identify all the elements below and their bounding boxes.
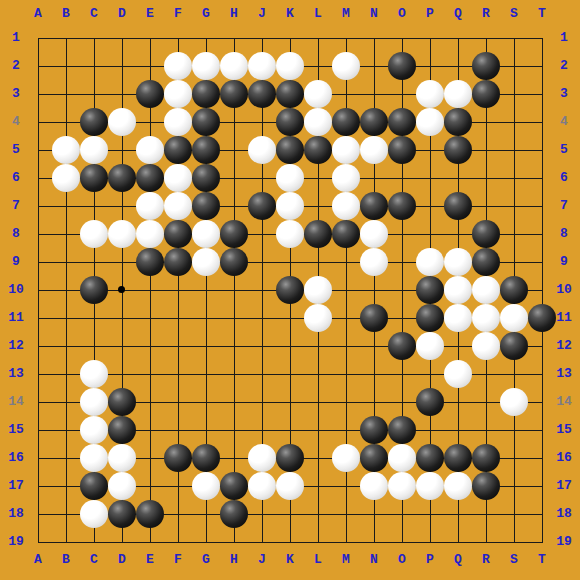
intersection-D19[interactable] bbox=[108, 528, 136, 556]
intersection-J10[interactable] bbox=[248, 276, 276, 304]
intersection-E8[interactable] bbox=[136, 220, 164, 248]
intersection-E14[interactable] bbox=[136, 388, 164, 416]
intersection-C7[interactable] bbox=[80, 192, 108, 220]
intersection-J18[interactable] bbox=[248, 500, 276, 528]
intersection-G14[interactable] bbox=[192, 388, 220, 416]
intersection-P7[interactable] bbox=[416, 192, 444, 220]
intersection-S13[interactable] bbox=[500, 360, 528, 388]
intersection-G17[interactable] bbox=[192, 472, 220, 500]
intersection-T12[interactable] bbox=[528, 332, 556, 360]
intersection-T6[interactable] bbox=[528, 164, 556, 192]
intersection-F8[interactable] bbox=[164, 220, 192, 248]
intersection-E6[interactable] bbox=[136, 164, 164, 192]
intersection-A16[interactable] bbox=[24, 444, 52, 472]
intersection-B8[interactable] bbox=[52, 220, 80, 248]
intersection-D9[interactable] bbox=[108, 248, 136, 276]
intersection-P5[interactable] bbox=[416, 136, 444, 164]
intersection-J7[interactable] bbox=[248, 192, 276, 220]
intersection-M14[interactable] bbox=[332, 388, 360, 416]
intersection-D6[interactable] bbox=[108, 164, 136, 192]
intersection-D17[interactable] bbox=[108, 472, 136, 500]
intersection-L8[interactable] bbox=[304, 220, 332, 248]
intersection-J2[interactable] bbox=[248, 52, 276, 80]
intersection-L4[interactable] bbox=[304, 108, 332, 136]
intersection-F10[interactable] bbox=[164, 276, 192, 304]
intersection-R16[interactable] bbox=[472, 444, 500, 472]
intersection-J14[interactable] bbox=[248, 388, 276, 416]
intersection-K2[interactable] bbox=[276, 52, 304, 80]
intersection-R13[interactable] bbox=[472, 360, 500, 388]
intersection-M3[interactable] bbox=[332, 80, 360, 108]
intersection-H18[interactable] bbox=[220, 500, 248, 528]
intersection-A8[interactable] bbox=[24, 220, 52, 248]
intersection-Q18[interactable] bbox=[444, 500, 472, 528]
intersection-M12[interactable] bbox=[332, 332, 360, 360]
intersection-T9[interactable] bbox=[528, 248, 556, 276]
intersection-O3[interactable] bbox=[388, 80, 416, 108]
intersection-S2[interactable] bbox=[500, 52, 528, 80]
intersection-M1[interactable] bbox=[332, 24, 360, 52]
intersection-G16[interactable] bbox=[192, 444, 220, 472]
intersection-A13[interactable] bbox=[24, 360, 52, 388]
intersection-C11[interactable] bbox=[80, 304, 108, 332]
intersection-J1[interactable] bbox=[248, 24, 276, 52]
intersection-P8[interactable] bbox=[416, 220, 444, 248]
intersection-T16[interactable] bbox=[528, 444, 556, 472]
intersection-D15[interactable] bbox=[108, 416, 136, 444]
intersection-G8[interactable] bbox=[192, 220, 220, 248]
intersection-F3[interactable] bbox=[164, 80, 192, 108]
intersection-D14[interactable] bbox=[108, 388, 136, 416]
intersection-H12[interactable] bbox=[220, 332, 248, 360]
intersection-K18[interactable] bbox=[276, 500, 304, 528]
intersection-F2[interactable] bbox=[164, 52, 192, 80]
intersection-B17[interactable] bbox=[52, 472, 80, 500]
intersection-K5[interactable] bbox=[276, 136, 304, 164]
intersection-K15[interactable] bbox=[276, 416, 304, 444]
intersection-P6[interactable] bbox=[416, 164, 444, 192]
intersection-G4[interactable] bbox=[192, 108, 220, 136]
intersection-N6[interactable] bbox=[360, 164, 388, 192]
intersection-O13[interactable] bbox=[388, 360, 416, 388]
intersection-O9[interactable] bbox=[388, 248, 416, 276]
intersection-G19[interactable] bbox=[192, 528, 220, 556]
intersection-H11[interactable] bbox=[220, 304, 248, 332]
intersection-R3[interactable] bbox=[472, 80, 500, 108]
intersection-S10[interactable] bbox=[500, 276, 528, 304]
intersection-F16[interactable] bbox=[164, 444, 192, 472]
intersection-J13[interactable] bbox=[248, 360, 276, 388]
intersection-A12[interactable] bbox=[24, 332, 52, 360]
intersection-Q5[interactable] bbox=[444, 136, 472, 164]
intersection-L17[interactable] bbox=[304, 472, 332, 500]
intersection-H1[interactable] bbox=[220, 24, 248, 52]
intersection-Q8[interactable] bbox=[444, 220, 472, 248]
intersection-P19[interactable] bbox=[416, 528, 444, 556]
intersection-O8[interactable] bbox=[388, 220, 416, 248]
intersection-O15[interactable] bbox=[388, 416, 416, 444]
intersection-G13[interactable] bbox=[192, 360, 220, 388]
intersection-H2[interactable] bbox=[220, 52, 248, 80]
intersection-F12[interactable] bbox=[164, 332, 192, 360]
intersection-S18[interactable] bbox=[500, 500, 528, 528]
intersection-F15[interactable] bbox=[164, 416, 192, 444]
intersection-K6[interactable] bbox=[276, 164, 304, 192]
intersection-E19[interactable] bbox=[136, 528, 164, 556]
intersection-K14[interactable] bbox=[276, 388, 304, 416]
intersection-G15[interactable] bbox=[192, 416, 220, 444]
intersection-N5[interactable] bbox=[360, 136, 388, 164]
intersection-S14[interactable] bbox=[500, 388, 528, 416]
intersection-S9[interactable] bbox=[500, 248, 528, 276]
intersection-T1[interactable] bbox=[528, 24, 556, 52]
intersection-M18[interactable] bbox=[332, 500, 360, 528]
intersection-B6[interactable] bbox=[52, 164, 80, 192]
intersection-O17[interactable] bbox=[388, 472, 416, 500]
intersection-Q11[interactable] bbox=[444, 304, 472, 332]
intersection-E7[interactable] bbox=[136, 192, 164, 220]
intersection-M10[interactable] bbox=[332, 276, 360, 304]
intersection-M13[interactable] bbox=[332, 360, 360, 388]
intersection-E2[interactable] bbox=[136, 52, 164, 80]
intersection-R17[interactable] bbox=[472, 472, 500, 500]
intersection-O12[interactable] bbox=[388, 332, 416, 360]
intersection-T3[interactable] bbox=[528, 80, 556, 108]
intersection-A9[interactable] bbox=[24, 248, 52, 276]
intersection-T13[interactable] bbox=[528, 360, 556, 388]
intersection-J9[interactable] bbox=[248, 248, 276, 276]
intersection-T18[interactable] bbox=[528, 500, 556, 528]
intersection-Q12[interactable] bbox=[444, 332, 472, 360]
intersection-H16[interactable] bbox=[220, 444, 248, 472]
intersection-F19[interactable] bbox=[164, 528, 192, 556]
intersection-T2[interactable] bbox=[528, 52, 556, 80]
intersection-Q13[interactable] bbox=[444, 360, 472, 388]
intersection-O18[interactable] bbox=[388, 500, 416, 528]
intersection-P18[interactable] bbox=[416, 500, 444, 528]
intersection-C13[interactable] bbox=[80, 360, 108, 388]
intersection-G9[interactable] bbox=[192, 248, 220, 276]
intersection-K16[interactable] bbox=[276, 444, 304, 472]
intersection-J19[interactable] bbox=[248, 528, 276, 556]
intersection-C3[interactable] bbox=[80, 80, 108, 108]
intersection-P11[interactable] bbox=[416, 304, 444, 332]
intersection-G18[interactable] bbox=[192, 500, 220, 528]
intersection-D12[interactable] bbox=[108, 332, 136, 360]
intersection-N19[interactable] bbox=[360, 528, 388, 556]
intersection-J11[interactable] bbox=[248, 304, 276, 332]
intersection-S17[interactable] bbox=[500, 472, 528, 500]
intersection-P10[interactable] bbox=[416, 276, 444, 304]
intersection-C12[interactable] bbox=[80, 332, 108, 360]
intersection-T4[interactable] bbox=[528, 108, 556, 136]
intersection-D1[interactable] bbox=[108, 24, 136, 52]
intersection-S15[interactable] bbox=[500, 416, 528, 444]
intersection-T7[interactable] bbox=[528, 192, 556, 220]
intersection-O7[interactable] bbox=[388, 192, 416, 220]
intersection-H9[interactable] bbox=[220, 248, 248, 276]
intersection-B9[interactable] bbox=[52, 248, 80, 276]
intersection-S5[interactable] bbox=[500, 136, 528, 164]
intersection-A11[interactable] bbox=[24, 304, 52, 332]
intersection-K12[interactable] bbox=[276, 332, 304, 360]
intersection-F6[interactable] bbox=[164, 164, 192, 192]
intersection-T19[interactable] bbox=[528, 528, 556, 556]
intersection-B7[interactable] bbox=[52, 192, 80, 220]
intersection-L16[interactable] bbox=[304, 444, 332, 472]
intersection-J12[interactable] bbox=[248, 332, 276, 360]
intersection-H19[interactable] bbox=[220, 528, 248, 556]
intersection-L15[interactable] bbox=[304, 416, 332, 444]
intersection-L11[interactable] bbox=[304, 304, 332, 332]
intersection-C1[interactable] bbox=[80, 24, 108, 52]
intersection-J3[interactable] bbox=[248, 80, 276, 108]
intersection-L18[interactable] bbox=[304, 500, 332, 528]
intersection-F9[interactable] bbox=[164, 248, 192, 276]
intersection-P13[interactable] bbox=[416, 360, 444, 388]
intersection-Q3[interactable] bbox=[444, 80, 472, 108]
intersection-C15[interactable] bbox=[80, 416, 108, 444]
intersection-R8[interactable] bbox=[472, 220, 500, 248]
intersection-K9[interactable] bbox=[276, 248, 304, 276]
intersection-A18[interactable] bbox=[24, 500, 52, 528]
intersection-G11[interactable] bbox=[192, 304, 220, 332]
intersection-Q16[interactable] bbox=[444, 444, 472, 472]
intersection-L1[interactable] bbox=[304, 24, 332, 52]
intersection-C2[interactable] bbox=[80, 52, 108, 80]
intersection-A7[interactable] bbox=[24, 192, 52, 220]
intersection-B10[interactable] bbox=[52, 276, 80, 304]
intersection-E11[interactable] bbox=[136, 304, 164, 332]
intersection-N3[interactable] bbox=[360, 80, 388, 108]
intersection-S4[interactable] bbox=[500, 108, 528, 136]
intersection-L5[interactable] bbox=[304, 136, 332, 164]
intersection-O19[interactable] bbox=[388, 528, 416, 556]
intersection-B1[interactable] bbox=[52, 24, 80, 52]
intersection-G10[interactable] bbox=[192, 276, 220, 304]
intersection-M2[interactable] bbox=[332, 52, 360, 80]
intersection-P17[interactable] bbox=[416, 472, 444, 500]
intersection-M19[interactable] bbox=[332, 528, 360, 556]
intersection-N12[interactable] bbox=[360, 332, 388, 360]
intersection-P15[interactable] bbox=[416, 416, 444, 444]
intersection-K3[interactable] bbox=[276, 80, 304, 108]
intersection-N17[interactable] bbox=[360, 472, 388, 500]
intersection-A17[interactable] bbox=[24, 472, 52, 500]
intersection-B5[interactable] bbox=[52, 136, 80, 164]
intersection-H15[interactable] bbox=[220, 416, 248, 444]
intersection-K17[interactable] bbox=[276, 472, 304, 500]
intersection-R2[interactable] bbox=[472, 52, 500, 80]
intersection-A19[interactable] bbox=[24, 528, 52, 556]
intersection-S6[interactable] bbox=[500, 164, 528, 192]
intersection-N8[interactable] bbox=[360, 220, 388, 248]
intersection-C19[interactable] bbox=[80, 528, 108, 556]
intersection-J6[interactable] bbox=[248, 164, 276, 192]
intersection-L2[interactable] bbox=[304, 52, 332, 80]
intersection-B12[interactable] bbox=[52, 332, 80, 360]
intersection-Q14[interactable] bbox=[444, 388, 472, 416]
intersection-E5[interactable] bbox=[136, 136, 164, 164]
intersection-M5[interactable] bbox=[332, 136, 360, 164]
intersection-P1[interactable] bbox=[416, 24, 444, 52]
intersection-N4[interactable] bbox=[360, 108, 388, 136]
intersection-Q17[interactable] bbox=[444, 472, 472, 500]
intersection-Q6[interactable] bbox=[444, 164, 472, 192]
intersection-O11[interactable] bbox=[388, 304, 416, 332]
intersection-P2[interactable] bbox=[416, 52, 444, 80]
intersection-N14[interactable] bbox=[360, 388, 388, 416]
intersection-H8[interactable] bbox=[220, 220, 248, 248]
intersection-Q4[interactable] bbox=[444, 108, 472, 136]
intersection-K19[interactable] bbox=[276, 528, 304, 556]
intersection-J4[interactable] bbox=[248, 108, 276, 136]
intersection-Q19[interactable] bbox=[444, 528, 472, 556]
intersection-H3[interactable] bbox=[220, 80, 248, 108]
intersection-H13[interactable] bbox=[220, 360, 248, 388]
intersection-C6[interactable] bbox=[80, 164, 108, 192]
intersection-L12[interactable] bbox=[304, 332, 332, 360]
intersection-G3[interactable] bbox=[192, 80, 220, 108]
intersection-J17[interactable] bbox=[248, 472, 276, 500]
intersection-L7[interactable] bbox=[304, 192, 332, 220]
intersection-S8[interactable] bbox=[500, 220, 528, 248]
intersection-Q15[interactable] bbox=[444, 416, 472, 444]
intersection-J8[interactable] bbox=[248, 220, 276, 248]
intersection-G1[interactable] bbox=[192, 24, 220, 52]
intersection-M17[interactable] bbox=[332, 472, 360, 500]
intersection-Q7[interactable] bbox=[444, 192, 472, 220]
intersection-A3[interactable] bbox=[24, 80, 52, 108]
intersection-S12[interactable] bbox=[500, 332, 528, 360]
intersection-K11[interactable] bbox=[276, 304, 304, 332]
intersection-D18[interactable] bbox=[108, 500, 136, 528]
intersection-O2[interactable] bbox=[388, 52, 416, 80]
intersection-L3[interactable] bbox=[304, 80, 332, 108]
intersection-C16[interactable] bbox=[80, 444, 108, 472]
intersection-B18[interactable] bbox=[52, 500, 80, 528]
intersection-D8[interactable] bbox=[108, 220, 136, 248]
intersection-Q1[interactable] bbox=[444, 24, 472, 52]
intersection-H14[interactable] bbox=[220, 388, 248, 416]
intersection-K4[interactable] bbox=[276, 108, 304, 136]
intersection-R11[interactable] bbox=[472, 304, 500, 332]
intersection-A5[interactable] bbox=[24, 136, 52, 164]
intersection-N9[interactable] bbox=[360, 248, 388, 276]
intersection-B19[interactable] bbox=[52, 528, 80, 556]
intersection-E15[interactable] bbox=[136, 416, 164, 444]
intersection-M8[interactable] bbox=[332, 220, 360, 248]
intersection-O4[interactable] bbox=[388, 108, 416, 136]
intersection-F1[interactable] bbox=[164, 24, 192, 52]
intersection-N2[interactable] bbox=[360, 52, 388, 80]
intersection-T10[interactable] bbox=[528, 276, 556, 304]
intersection-H17[interactable] bbox=[220, 472, 248, 500]
intersection-R5[interactable] bbox=[472, 136, 500, 164]
intersection-B16[interactable] bbox=[52, 444, 80, 472]
intersection-N7[interactable] bbox=[360, 192, 388, 220]
intersection-N11[interactable] bbox=[360, 304, 388, 332]
intersection-O1[interactable] bbox=[388, 24, 416, 52]
intersection-C17[interactable] bbox=[80, 472, 108, 500]
intersection-S3[interactable] bbox=[500, 80, 528, 108]
intersection-F18[interactable] bbox=[164, 500, 192, 528]
intersection-C10[interactable] bbox=[80, 276, 108, 304]
intersection-E13[interactable] bbox=[136, 360, 164, 388]
intersection-A6[interactable] bbox=[24, 164, 52, 192]
intersection-T11[interactable] bbox=[528, 304, 556, 332]
intersection-N13[interactable] bbox=[360, 360, 388, 388]
intersection-S16[interactable] bbox=[500, 444, 528, 472]
intersection-E17[interactable] bbox=[136, 472, 164, 500]
intersection-R10[interactable] bbox=[472, 276, 500, 304]
intersection-N15[interactable] bbox=[360, 416, 388, 444]
intersection-E3[interactable] bbox=[136, 80, 164, 108]
intersection-K7[interactable] bbox=[276, 192, 304, 220]
intersection-M15[interactable] bbox=[332, 416, 360, 444]
intersection-C5[interactable] bbox=[80, 136, 108, 164]
intersection-E12[interactable] bbox=[136, 332, 164, 360]
intersection-T15[interactable] bbox=[528, 416, 556, 444]
intersection-F14[interactable] bbox=[164, 388, 192, 416]
intersection-D5[interactable] bbox=[108, 136, 136, 164]
intersection-N10[interactable] bbox=[360, 276, 388, 304]
intersection-H4[interactable] bbox=[220, 108, 248, 136]
intersection-L9[interactable] bbox=[304, 248, 332, 276]
intersection-M4[interactable] bbox=[332, 108, 360, 136]
intersection-F7[interactable] bbox=[164, 192, 192, 220]
intersection-G6[interactable] bbox=[192, 164, 220, 192]
intersection-D11[interactable] bbox=[108, 304, 136, 332]
intersection-D16[interactable] bbox=[108, 444, 136, 472]
intersection-P4[interactable] bbox=[416, 108, 444, 136]
intersection-K13[interactable] bbox=[276, 360, 304, 388]
intersection-C14[interactable] bbox=[80, 388, 108, 416]
intersection-M7[interactable] bbox=[332, 192, 360, 220]
intersection-B11[interactable] bbox=[52, 304, 80, 332]
intersection-N18[interactable] bbox=[360, 500, 388, 528]
intersection-B4[interactable] bbox=[52, 108, 80, 136]
intersection-Q9[interactable] bbox=[444, 248, 472, 276]
intersection-D13[interactable] bbox=[108, 360, 136, 388]
intersection-O14[interactable] bbox=[388, 388, 416, 416]
intersection-H5[interactable] bbox=[220, 136, 248, 164]
intersection-C18[interactable] bbox=[80, 500, 108, 528]
intersection-Q2[interactable] bbox=[444, 52, 472, 80]
intersection-G7[interactable] bbox=[192, 192, 220, 220]
intersection-R4[interactable] bbox=[472, 108, 500, 136]
intersection-K10[interactable] bbox=[276, 276, 304, 304]
intersection-S7[interactable] bbox=[500, 192, 528, 220]
intersection-G5[interactable] bbox=[192, 136, 220, 164]
intersection-F4[interactable] bbox=[164, 108, 192, 136]
intersection-R9[interactable] bbox=[472, 248, 500, 276]
intersection-L19[interactable] bbox=[304, 528, 332, 556]
intersection-T17[interactable] bbox=[528, 472, 556, 500]
intersection-E10[interactable] bbox=[136, 276, 164, 304]
intersection-E1[interactable] bbox=[136, 24, 164, 52]
intersection-D7[interactable] bbox=[108, 192, 136, 220]
intersection-S19[interactable] bbox=[500, 528, 528, 556]
intersection-B14[interactable] bbox=[52, 388, 80, 416]
intersection-F17[interactable] bbox=[164, 472, 192, 500]
intersection-N1[interactable] bbox=[360, 24, 388, 52]
intersection-G2[interactable] bbox=[192, 52, 220, 80]
intersection-A10[interactable] bbox=[24, 276, 52, 304]
intersection-M6[interactable] bbox=[332, 164, 360, 192]
intersection-F5[interactable] bbox=[164, 136, 192, 164]
intersection-E18[interactable] bbox=[136, 500, 164, 528]
